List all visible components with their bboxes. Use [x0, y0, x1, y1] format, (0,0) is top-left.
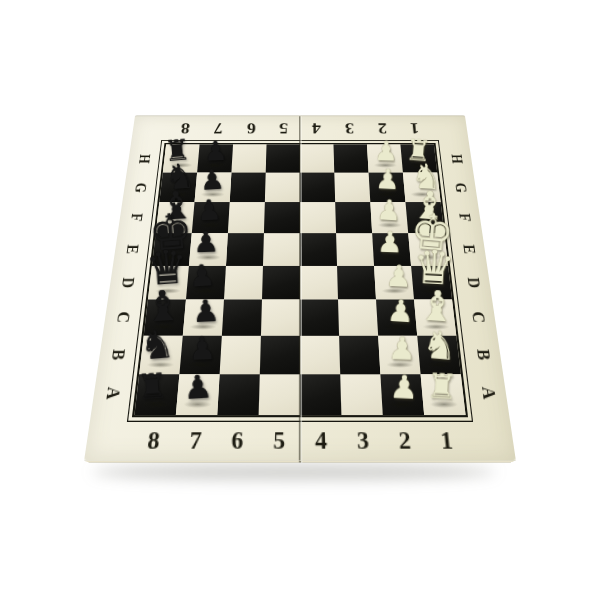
piece-black-pawn-c7[interactable]: ♟ — [191, 295, 220, 327]
piece-white-pawn-h2[interactable]: ♟ — [373, 138, 398, 165]
rank-bottom-label-4: 4 — [300, 422, 342, 461]
square-b3[interactable] — [339, 336, 380, 374]
square-e6[interactable] — [226, 233, 264, 266]
square-a4[interactable] — [300, 374, 341, 415]
file-left-label-d: D — [106, 267, 147, 298]
file-right-label-h: H — [438, 147, 475, 172]
piece-black-pawn-h7[interactable]: ♟ — [203, 138, 228, 165]
rank-bottom-label-5: 5 — [258, 422, 300, 461]
piece-black-pawn-f7[interactable]: ♟ — [196, 196, 223, 225]
file-right-label-c: C — [457, 301, 500, 333]
file-left-label-g: G — [121, 174, 159, 200]
square-g6[interactable] — [230, 172, 266, 201]
square-d4[interactable] — [300, 265, 338, 299]
square-e3[interactable] — [336, 233, 374, 266]
square-a6[interactable] — [217, 374, 260, 415]
piece-black-pawn-a7[interactable]: ♟ — [182, 371, 213, 405]
square-a5[interactable] — [259, 374, 300, 415]
board-front-edge — [84, 461, 516, 463]
piece-white-pawn-f2[interactable]: ♟ — [375, 196, 402, 226]
piece-white-pawn-g2[interactable]: ♟ — [374, 166, 400, 195]
square-f3[interactable] — [335, 202, 372, 233]
piece-black-knight-b8[interactable]: ♞ — [138, 324, 176, 366]
square-a2[interactable]: ♟ — [380, 374, 424, 415]
file-left-label-f: F — [116, 204, 155, 232]
square-c3[interactable] — [338, 300, 378, 336]
square-h4[interactable] — [300, 144, 334, 172]
rank-bottom-label-8: 8 — [130, 422, 176, 461]
rank-bottom-label-7: 7 — [173, 422, 218, 461]
square-e4[interactable] — [300, 233, 337, 266]
rank-top-label-3: 3 — [332, 116, 366, 140]
file-right-label-a: A — [465, 376, 510, 412]
piece-white-pawn-d2[interactable]: ♟ — [384, 261, 412, 292]
rank-top-label-1: 1 — [397, 116, 432, 140]
square-e5[interactable] — [263, 233, 300, 266]
rank-top-label-7: 7 — [201, 116, 236, 140]
piece-black-bishop-c8[interactable]: ♝ — [142, 284, 182, 328]
board-frame: 87654321 87654321 HGFEDCBA HGFEDCBA ♜♟♟♜… — [84, 116, 516, 461]
square-a3[interactable] — [340, 374, 383, 415]
square-c4[interactable] — [300, 300, 339, 336]
piece-white-pawn-b2[interactable]: ♟ — [387, 333, 416, 365]
square-a8[interactable]: ♜ — [134, 374, 179, 415]
rank-top-label-5: 5 — [267, 116, 300, 140]
square-f6[interactable] — [228, 202, 265, 233]
piece-white-rook-a1[interactable]: ♜ — [425, 369, 458, 405]
file-left-label-h: H — [125, 147, 162, 172]
piece-black-pawn-e7[interactable]: ♟ — [192, 228, 219, 258]
piece-black-pawn-d7[interactable]: ♟ — [187, 260, 215, 291]
rank-bottom-label-2: 2 — [383, 422, 428, 461]
piece-black-pawn-g7[interactable]: ♟ — [199, 166, 225, 195]
rank-top-label-6: 6 — [234, 116, 268, 140]
square-d6[interactable] — [224, 265, 263, 299]
file-right-label-g: G — [441, 174, 479, 200]
piece-black-pawn-b7[interactable]: ♟ — [187, 333, 216, 365]
square-h6[interactable] — [231, 144, 266, 172]
piece-white-pawn-a2[interactable]: ♟ — [388, 371, 418, 405]
square-g5[interactable] — [265, 172, 300, 201]
file-right-label-b: B — [461, 337, 505, 371]
file-left-label-b: B — [95, 337, 139, 371]
square-d5[interactable] — [262, 265, 300, 299]
product-photo: 87654321 87654321 HGFEDCBA HGFEDCBA ♜♟♟♜… — [0, 0, 600, 600]
chess-board: 87654321 87654321 HGFEDCBA HGFEDCBA ♜♟♟♜… — [84, 116, 516, 461]
square-f4[interactable] — [300, 202, 336, 233]
square-a7[interactable]: ♟ — [176, 374, 220, 415]
square-d3[interactable] — [337, 265, 376, 299]
scene: 87654321 87654321 HGFEDCBA HGFEDCBA ♜♟♟♜… — [0, 0, 600, 600]
square-g4[interactable] — [300, 172, 335, 201]
square-c5[interactable] — [261, 300, 300, 336]
rank-labels-top: 87654321 — [168, 116, 433, 140]
square-h5[interactable] — [266, 144, 300, 172]
piece-white-pawn-c2[interactable]: ♟ — [385, 295, 414, 327]
piece-white-knight-b1[interactable]: ♞ — [420, 324, 458, 366]
square-a1[interactable]: ♜ — [421, 374, 466, 415]
square-b5[interactable] — [260, 336, 300, 374]
square-b4[interactable] — [300, 336, 340, 374]
piece-white-pawn-e2[interactable]: ♟ — [376, 228, 403, 258]
file-left-label-c: C — [101, 301, 144, 333]
square-c6[interactable] — [222, 300, 262, 336]
hinge-seam-edge — [299, 461, 301, 463]
rank-top-label-8: 8 — [168, 116, 203, 140]
square-f5[interactable] — [264, 202, 300, 233]
piece-black-rook-a8[interactable]: ♜ — [135, 369, 168, 405]
rank-bottom-label-6: 6 — [215, 422, 259, 461]
square-h3[interactable] — [333, 144, 368, 172]
rank-top-label-2: 2 — [365, 116, 400, 140]
square-b6[interactable] — [220, 336, 261, 374]
square-g3[interactable] — [334, 172, 370, 201]
file-right-label-f: F — [445, 204, 484, 232]
file-right-label-d: D — [452, 267, 493, 298]
rank-bottom-label-3: 3 — [341, 422, 385, 461]
rank-bottom-label-1: 1 — [424, 422, 470, 461]
rank-top-label-4: 4 — [300, 116, 333, 140]
piece-white-bishop-c1[interactable]: ♝ — [416, 283, 456, 327]
